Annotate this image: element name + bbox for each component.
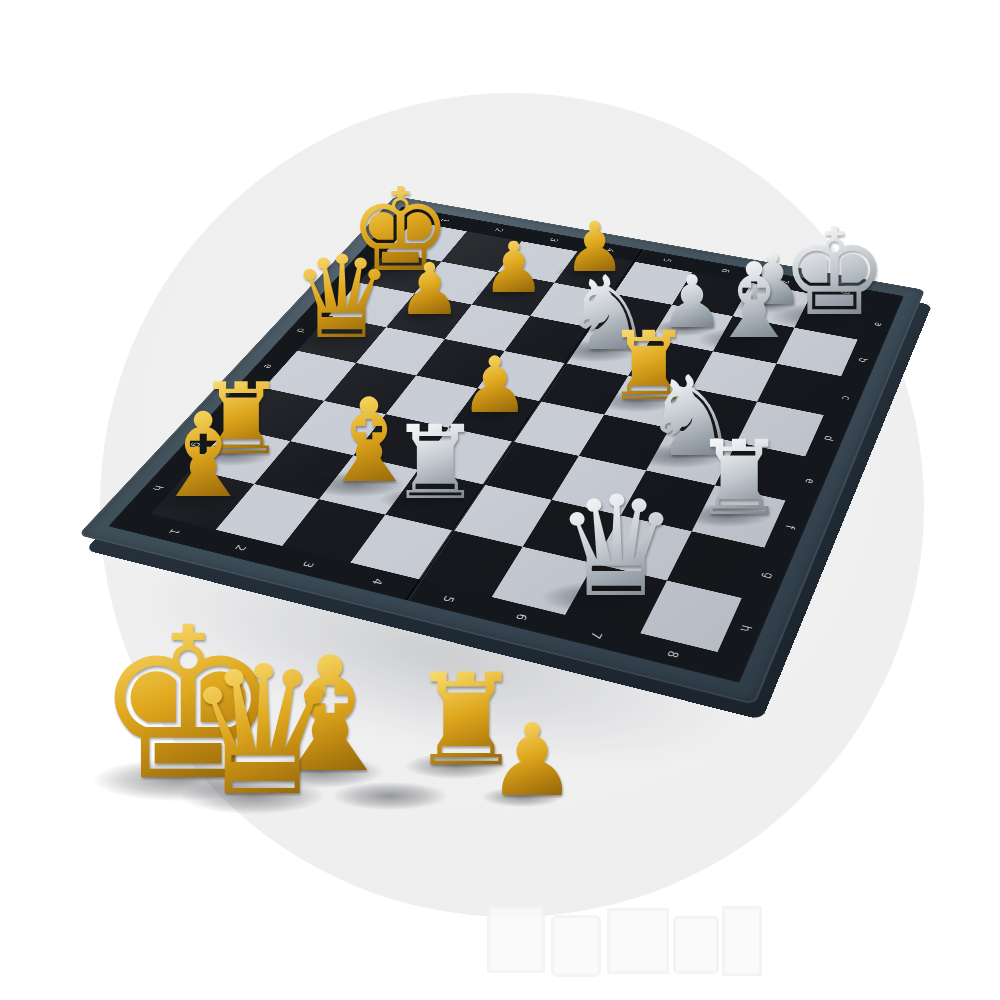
- piece-silver-bishop-b7: ♝: [708, 250, 801, 354]
- piece-silver-queen-h7: ♛: [554, 478, 679, 617]
- foreground-piece-gold-queen: ♛: [183, 643, 343, 821]
- piece-gold-bishop-h1: ♝: [151, 398, 256, 515]
- piece-gold-queen-d1: ♛: [291, 241, 393, 355]
- piece-gold-pawn-b3: ♟: [482, 233, 545, 303]
- piece-silver-rook-f8: ♜: [693, 427, 786, 530]
- foreground-piece-gold-pawn: ♟: [487, 711, 577, 811]
- foreground-piece-gold-knight: ♞: [337, 674, 464, 816]
- piece-silver-rook-g4: ♜: [389, 412, 480, 514]
- product-photo-stage: 1122334455667788aabbccddeeffgghh ♚♛♜♝♟♟♝…: [0, 0, 1000, 1000]
- piece-gold-pawn-c2: ♟: [397, 254, 461, 326]
